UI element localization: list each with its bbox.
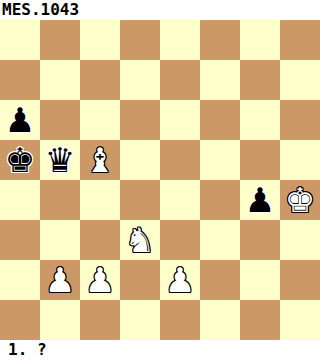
square-b6[interactable] [40,100,80,140]
square-a4[interactable] [0,180,40,220]
square-e1[interactable] [160,300,200,340]
square-d1[interactable] [120,300,160,340]
square-f6[interactable] [200,100,240,140]
square-g4[interactable]: ♟ [240,180,280,220]
diagram-label: MES.1043 [0,0,320,20]
square-c5[interactable]: ♝ [80,140,120,180]
piece-black-queen[interactable]: ♛ [45,140,75,180]
square-b7[interactable] [40,60,80,100]
square-b3[interactable] [40,220,80,260]
square-h1[interactable] [280,300,320,340]
square-f3[interactable] [200,220,240,260]
piece-white-knight[interactable]: ♞ [125,220,155,260]
square-h5[interactable] [280,140,320,180]
square-a2[interactable] [0,260,40,300]
square-c7[interactable] [80,60,120,100]
piece-white-bishop[interactable]: ♝ [85,140,115,180]
piece-white-pawn[interactable]: ♟ [85,260,115,300]
square-h7[interactable] [280,60,320,100]
piece-black-pawn[interactable]: ♟ [5,100,35,140]
square-b5[interactable]: ♛ [40,140,80,180]
square-d4[interactable] [120,180,160,220]
square-f5[interactable] [200,140,240,180]
square-c3[interactable] [80,220,120,260]
square-e6[interactable] [160,100,200,140]
square-h2[interactable] [280,260,320,300]
square-h4[interactable]: ♚ [280,180,320,220]
square-e2[interactable]: ♟ [160,260,200,300]
square-f1[interactable] [200,300,240,340]
square-c2[interactable]: ♟ [80,260,120,300]
square-a7[interactable] [0,60,40,100]
square-a3[interactable] [0,220,40,260]
square-a8[interactable] [0,20,40,60]
square-c6[interactable] [80,100,120,140]
square-d3[interactable]: ♞ [120,220,160,260]
piece-black-king[interactable]: ♚ [5,140,35,180]
square-e8[interactable] [160,20,200,60]
chess-board: ♟♚♛♝♟♚♞♟♟♟ [0,20,320,340]
square-e7[interactable] [160,60,200,100]
square-h8[interactable] [280,20,320,60]
square-a1[interactable] [0,300,40,340]
square-f2[interactable] [200,260,240,300]
piece-black-pawn[interactable]: ♟ [245,180,275,220]
square-d2[interactable] [120,260,160,300]
square-d5[interactable] [120,140,160,180]
square-h3[interactable] [280,220,320,260]
square-g5[interactable] [240,140,280,180]
square-g3[interactable] [240,220,280,260]
square-f7[interactable] [200,60,240,100]
move-prompt: 1. ? [0,340,320,360]
square-e4[interactable] [160,180,200,220]
square-d7[interactable] [120,60,160,100]
square-g7[interactable] [240,60,280,100]
square-b2[interactable]: ♟ [40,260,80,300]
piece-white-pawn[interactable]: ♟ [165,260,195,300]
square-g8[interactable] [240,20,280,60]
square-g1[interactable] [240,300,280,340]
square-c4[interactable] [80,180,120,220]
square-d8[interactable] [120,20,160,60]
square-f4[interactable] [200,180,240,220]
square-d6[interactable] [120,100,160,140]
square-b1[interactable] [40,300,80,340]
square-c1[interactable] [80,300,120,340]
piece-white-king[interactable]: ♚ [285,180,315,220]
square-c8[interactable] [80,20,120,60]
piece-white-pawn[interactable]: ♟ [45,260,75,300]
square-e5[interactable] [160,140,200,180]
square-e3[interactable] [160,220,200,260]
square-f8[interactable] [200,20,240,60]
square-g6[interactable] [240,100,280,140]
square-g2[interactable] [240,260,280,300]
square-a6[interactable]: ♟ [0,100,40,140]
square-h6[interactable] [280,100,320,140]
square-a5[interactable]: ♚ [0,140,40,180]
square-b4[interactable] [40,180,80,220]
square-b8[interactable] [40,20,80,60]
